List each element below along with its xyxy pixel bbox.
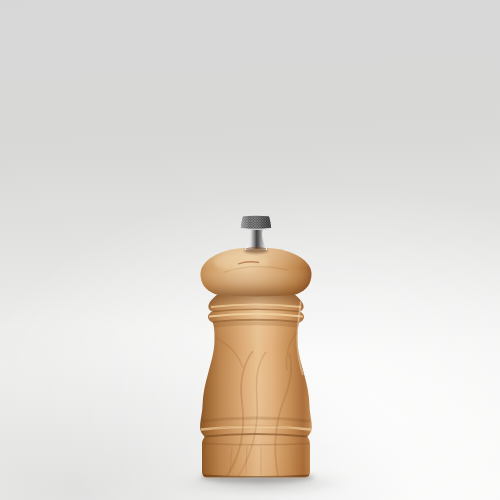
finial-knob (241, 215, 271, 251)
knurled-disc-shading (241, 215, 271, 230)
studio-backdrop: Wooden pepper mill (0, 0, 500, 500)
mill-cap (201, 248, 312, 297)
pepper-mill-photo: Wooden pepper mill (0, 0, 500, 500)
disc-top-highlight (244, 215, 269, 216)
mill-body (196, 290, 316, 480)
body-shading (196, 290, 316, 480)
pepper-mill-illustration: Wooden pepper mill (0, 0, 500, 500)
